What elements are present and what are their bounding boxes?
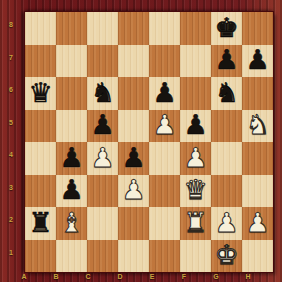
rank-label-4: 4: [3, 150, 19, 159]
piece-black-pawn[interactable]: ♟: [121, 144, 145, 171]
piece-white-pawn[interactable]: ♟: [183, 144, 207, 171]
square-b8[interactable]: [56, 12, 87, 45]
piece-white-bishop[interactable]: ♝: [59, 209, 83, 236]
square-a6[interactable]: ♛: [25, 77, 56, 110]
piece-black-pawn[interactable]: ♟: [183, 111, 207, 138]
square-g7[interactable]: ♟: [211, 45, 242, 78]
square-f4[interactable]: ♟: [180, 142, 211, 175]
square-b4[interactable]: ♟: [56, 142, 87, 175]
square-a2[interactable]: ♜: [25, 207, 56, 240]
square-f7[interactable]: [180, 45, 211, 78]
piece-black-pawn[interactable]: ♟: [214, 46, 238, 73]
square-b1[interactable]: [56, 240, 87, 273]
piece-black-pawn[interactable]: ♟: [90, 111, 114, 138]
square-h5[interactable]: ♞: [242, 110, 273, 143]
square-f5[interactable]: ♟: [180, 110, 211, 143]
square-f1[interactable]: [180, 240, 211, 273]
piece-black-pawn[interactable]: ♟: [59, 176, 83, 203]
square-c3[interactable]: [87, 175, 118, 208]
square-g4[interactable]: [211, 142, 242, 175]
square-a7[interactable]: [25, 45, 56, 78]
piece-black-pawn[interactable]: ♟: [152, 79, 176, 106]
square-h6[interactable]: [242, 77, 273, 110]
rank-label-1: 1: [3, 248, 19, 257]
square-g2[interactable]: ♟: [211, 207, 242, 240]
square-g8[interactable]: ♚: [211, 12, 242, 45]
piece-white-king[interactable]: ♚: [214, 241, 238, 268]
square-f2[interactable]: ♜: [180, 207, 211, 240]
square-a4[interactable]: [25, 142, 56, 175]
rank-label-6: 6: [3, 85, 19, 94]
square-d5[interactable]: [118, 110, 149, 143]
chess-board-frame: ♚♟♟♛♞♟♞♟♟♟♞♟♟♟♟♟♟♛♜♝♜♟♟♚ 87654321ABCDEFG…: [0, 0, 282, 282]
square-d2[interactable]: [118, 207, 149, 240]
piece-white-rook[interactable]: ♜: [183, 209, 207, 236]
square-b2[interactable]: ♝: [56, 207, 87, 240]
file-label-d: D: [110, 272, 130, 281]
square-e1[interactable]: [149, 240, 180, 273]
file-label-g: G: [206, 272, 226, 281]
piece-black-queen[interactable]: ♛: [28, 79, 52, 106]
piece-black-king[interactable]: ♚: [214, 14, 238, 41]
square-e6[interactable]: ♟: [149, 77, 180, 110]
file-label-a: A: [14, 272, 34, 281]
rank-label-2: 2: [3, 215, 19, 224]
square-e3[interactable]: [149, 175, 180, 208]
square-h7[interactable]: ♟: [242, 45, 273, 78]
square-b5[interactable]: [56, 110, 87, 143]
square-f8[interactable]: [180, 12, 211, 45]
rank-label-3: 3: [3, 183, 19, 192]
file-label-e: E: [142, 272, 162, 281]
piece-white-pawn[interactable]: ♟: [121, 176, 145, 203]
square-g6[interactable]: ♞: [211, 77, 242, 110]
chess-board: ♚♟♟♛♞♟♞♟♟♟♞♟♟♟♟♟♟♛♜♝♜♟♟♚: [25, 12, 273, 272]
square-e7[interactable]: [149, 45, 180, 78]
square-d4[interactable]: ♟: [118, 142, 149, 175]
square-c5[interactable]: ♟: [87, 110, 118, 143]
square-c7[interactable]: [87, 45, 118, 78]
rank-label-8: 8: [3, 20, 19, 29]
piece-white-pawn[interactable]: ♟: [152, 111, 176, 138]
square-g1[interactable]: ♚: [211, 240, 242, 273]
square-b3[interactable]: ♟: [56, 175, 87, 208]
square-g3[interactable]: [211, 175, 242, 208]
square-d8[interactable]: [118, 12, 149, 45]
square-e8[interactable]: [149, 12, 180, 45]
rank-label-5: 5: [3, 118, 19, 127]
square-d1[interactable]: [118, 240, 149, 273]
square-h1[interactable]: [242, 240, 273, 273]
square-e5[interactable]: ♟: [149, 110, 180, 143]
square-h8[interactable]: [242, 12, 273, 45]
rank-label-7: 7: [3, 53, 19, 62]
square-d7[interactable]: [118, 45, 149, 78]
square-b6[interactable]: [56, 77, 87, 110]
piece-white-pawn[interactable]: ♟: [245, 209, 269, 236]
file-label-h: H: [238, 272, 258, 281]
square-e2[interactable]: [149, 207, 180, 240]
square-h4[interactable]: [242, 142, 273, 175]
square-h3[interactable]: [242, 175, 273, 208]
square-e4[interactable]: [149, 142, 180, 175]
square-a3[interactable]: [25, 175, 56, 208]
square-d3[interactable]: ♟: [118, 175, 149, 208]
file-label-b: B: [46, 272, 66, 281]
square-c8[interactable]: [87, 12, 118, 45]
file-label-f: F: [174, 272, 194, 281]
square-c1[interactable]: [87, 240, 118, 273]
piece-black-pawn[interactable]: ♟: [245, 46, 269, 73]
square-c2[interactable]: [87, 207, 118, 240]
square-d6[interactable]: [118, 77, 149, 110]
square-c4[interactable]: ♟: [87, 142, 118, 175]
piece-black-pawn[interactable]: ♟: [59, 144, 83, 171]
square-f6[interactable]: [180, 77, 211, 110]
square-g5[interactable]: [211, 110, 242, 143]
square-c6[interactable]: ♞: [87, 77, 118, 110]
square-a8[interactable]: [25, 12, 56, 45]
piece-black-rook[interactable]: ♜: [28, 209, 52, 236]
piece-black-knight[interactable]: ♞: [90, 79, 114, 106]
piece-white-pawn[interactable]: ♟: [214, 209, 238, 236]
square-b7[interactable]: [56, 45, 87, 78]
piece-white-pawn[interactable]: ♟: [90, 144, 114, 171]
square-h2[interactable]: ♟: [242, 207, 273, 240]
square-f3[interactable]: ♛: [180, 175, 211, 208]
piece-black-knight[interactable]: ♞: [214, 79, 238, 106]
square-a1[interactable]: [25, 240, 56, 273]
piece-white-knight[interactable]: ♞: [245, 111, 269, 138]
file-label-c: C: [78, 272, 98, 281]
square-a5[interactable]: [25, 110, 56, 143]
piece-white-queen[interactable]: ♛: [183, 176, 207, 203]
